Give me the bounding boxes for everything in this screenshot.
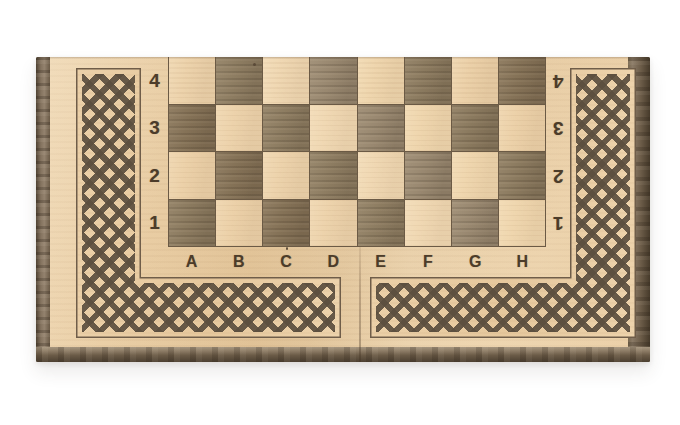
file-label-h: H	[517, 253, 529, 271]
file-label-g: G	[469, 253, 481, 271]
square-g3[interactable]	[452, 105, 498, 152]
square-a1[interactable]	[169, 200, 215, 247]
square-a3[interactable]	[169, 105, 215, 152]
square-g4[interactable]	[452, 57, 498, 104]
square-a4[interactable]	[169, 57, 215, 104]
wood-speck	[286, 247, 288, 250]
rank-label-left-1: 1	[149, 212, 160, 234]
rank-labels-right: 4321	[546, 57, 570, 247]
square-c2[interactable]	[263, 152, 309, 199]
file-label-d: D	[328, 253, 340, 271]
rank-label-right-1: 1	[553, 212, 564, 234]
rank-label-right-3: 3	[553, 117, 564, 139]
board-face: ABCDEFGH 4321 4321	[50, 57, 628, 347]
rank-label-left-3: 3	[149, 117, 160, 139]
square-d4[interactable]	[310, 57, 356, 104]
square-a2[interactable]	[169, 152, 215, 199]
rank-label-right-2: 2	[553, 165, 564, 187]
wood-speck	[253, 63, 256, 66]
square-e3[interactable]	[358, 105, 404, 152]
square-e2[interactable]	[358, 152, 404, 199]
board-frame-bottom-edge	[36, 347, 650, 362]
file-label-f: F	[423, 253, 433, 271]
square-c4[interactable]	[263, 57, 309, 104]
square-c3[interactable]	[263, 105, 309, 152]
square-g1[interactable]	[452, 200, 498, 247]
square-g2[interactable]	[452, 152, 498, 199]
rank-label-left-2: 2	[149, 165, 160, 187]
board-frame-left-edge	[36, 57, 50, 362]
board-grid	[168, 57, 546, 247]
square-h4[interactable]	[499, 57, 545, 104]
square-b1[interactable]	[216, 200, 262, 247]
square-d3[interactable]	[310, 105, 356, 152]
square-f4[interactable]	[405, 57, 451, 104]
chess-board-half: ABCDEFGH 4321 4321	[36, 57, 650, 362]
square-f3[interactable]	[405, 105, 451, 152]
square-d2[interactable]	[310, 152, 356, 199]
square-b2[interactable]	[216, 152, 262, 199]
square-f2[interactable]	[405, 152, 451, 199]
rank-label-left-4: 4	[149, 70, 160, 92]
square-e4[interactable]	[358, 57, 404, 104]
square-h3[interactable]	[499, 105, 545, 152]
file-label-b: B	[233, 253, 245, 271]
square-b3[interactable]	[216, 105, 262, 152]
square-h1[interactable]	[499, 200, 545, 247]
file-label-e: E	[375, 253, 386, 271]
file-label-a: A	[186, 253, 198, 271]
square-d1[interactable]	[310, 200, 356, 247]
square-c1[interactable]	[263, 200, 309, 247]
fold-seam	[359, 247, 361, 362]
square-h2[interactable]	[499, 152, 545, 199]
photo-background: ABCDEFGH 4321 4321	[0, 0, 680, 425]
square-f1[interactable]	[405, 200, 451, 247]
rank-label-right-4: 4	[553, 70, 564, 92]
file-label-c: C	[280, 253, 292, 271]
rank-labels-left: 4321	[141, 57, 168, 247]
file-labels: ABCDEFGH	[168, 247, 546, 277]
square-e1[interactable]	[358, 200, 404, 247]
